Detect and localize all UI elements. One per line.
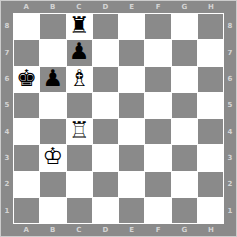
square-g1[interactable]: [172, 198, 197, 223]
square-c3[interactable]: [67, 145, 92, 170]
file-label-a: A: [13, 1, 39, 13]
rank-label-6: 6: [224, 66, 236, 92]
square-h4[interactable]: [198, 119, 223, 144]
square-a2[interactable]: [14, 172, 39, 197]
square-h7[interactable]: [198, 40, 223, 65]
square-c8[interactable]: ♜: [67, 14, 92, 39]
square-e1[interactable]: [119, 198, 144, 223]
white-rook[interactable]: ♖: [69, 119, 90, 142]
square-d7[interactable]: [93, 40, 118, 65]
square-d2[interactable]: [93, 172, 118, 197]
white-king[interactable]: ♔: [43, 145, 64, 168]
file-label-b: B: [39, 1, 65, 13]
rank-labels-left: 87654321: [1, 13, 13, 224]
square-e4[interactable]: [119, 119, 144, 144]
square-f7[interactable]: [145, 40, 170, 65]
square-a3[interactable]: [14, 145, 39, 170]
rank-label-7: 7: [224, 39, 236, 65]
rank-label-6: 6: [1, 66, 13, 92]
square-b4[interactable]: [40, 119, 65, 144]
square-c6[interactable]: ♗: [67, 67, 92, 92]
square-b8[interactable]: [40, 14, 65, 39]
square-e5[interactable]: [119, 93, 144, 118]
square-g8[interactable]: [172, 14, 197, 39]
square-b2[interactable]: [40, 172, 65, 197]
rank-labels-right: 87654321: [224, 13, 236, 224]
square-f2[interactable]: [145, 172, 170, 197]
square-a4[interactable]: [14, 119, 39, 144]
file-label-h: H: [198, 224, 224, 236]
square-d4[interactable]: [93, 119, 118, 144]
square-d5[interactable]: [93, 93, 118, 118]
square-a8[interactable]: [14, 14, 39, 39]
square-g2[interactable]: [172, 172, 197, 197]
square-a5[interactable]: [14, 93, 39, 118]
square-c1[interactable]: [67, 198, 92, 223]
file-label-d: D: [92, 1, 118, 13]
square-a7[interactable]: [14, 40, 39, 65]
file-label-a: A: [13, 224, 39, 236]
square-e3[interactable]: [119, 145, 144, 170]
square-g4[interactable]: [172, 119, 197, 144]
file-label-g: G: [171, 224, 197, 236]
square-f4[interactable]: [145, 119, 170, 144]
black-pawn[interactable]: ♟: [69, 40, 90, 63]
square-a6[interactable]: ♚: [14, 67, 39, 92]
file-label-b: B: [39, 224, 65, 236]
square-h8[interactable]: [198, 14, 223, 39]
square-c5[interactable]: [67, 93, 92, 118]
file-labels-top: ABCDEFGH: [13, 1, 224, 13]
black-rook[interactable]: ♜: [69, 14, 90, 37]
square-f3[interactable]: [145, 145, 170, 170]
square-e6[interactable]: [119, 67, 144, 92]
square-f8[interactable]: [145, 14, 170, 39]
square-c7[interactable]: ♟: [67, 40, 92, 65]
file-label-c: C: [66, 1, 92, 13]
rank-label-7: 7: [1, 39, 13, 65]
rank-label-4: 4: [1, 119, 13, 145]
file-label-f: F: [145, 224, 171, 236]
square-d6[interactable]: [93, 67, 118, 92]
square-e7[interactable]: [119, 40, 144, 65]
square-d8[interactable]: [93, 14, 118, 39]
square-d3[interactable]: [93, 145, 118, 170]
square-a1[interactable]: [14, 198, 39, 223]
rank-label-1: 1: [224, 198, 236, 224]
square-b5[interactable]: [40, 93, 65, 118]
rank-label-4: 4: [224, 119, 236, 145]
square-b6[interactable]: ♟: [40, 67, 65, 92]
square-f5[interactable]: [145, 93, 170, 118]
file-label-f: F: [145, 1, 171, 13]
white-bishop[interactable]: ♗: [69, 67, 90, 90]
square-e2[interactable]: [119, 172, 144, 197]
file-label-g: G: [171, 1, 197, 13]
file-label-h: H: [198, 1, 224, 13]
square-h2[interactable]: [198, 172, 223, 197]
black-pawn[interactable]: ♟: [43, 67, 64, 90]
file-label-d: D: [92, 224, 118, 236]
square-f1[interactable]: [145, 198, 170, 223]
square-h6[interactable]: [198, 67, 223, 92]
square-g3[interactable]: [172, 145, 197, 170]
square-c2[interactable]: [67, 172, 92, 197]
rank-label-1: 1: [1, 198, 13, 224]
square-h3[interactable]: [198, 145, 223, 170]
square-g6[interactable]: [172, 67, 197, 92]
rank-label-8: 8: [1, 13, 13, 39]
rank-label-2: 2: [1, 171, 13, 197]
chess-board: ♜♟♚♟♗♖♔: [13, 13, 224, 224]
file-labels-bottom: ABCDEFGH: [13, 224, 224, 236]
rank-label-8: 8: [224, 13, 236, 39]
square-b7[interactable]: [40, 40, 65, 65]
black-king[interactable]: ♚: [16, 67, 37, 90]
square-e8[interactable]: [119, 14, 144, 39]
file-label-e: E: [119, 1, 145, 13]
rank-label-2: 2: [224, 171, 236, 197]
chess-board-widget: ABCDEFGH ABCDEFGH 87654321 87654321 ♜♟♚♟…: [0, 0, 237, 237]
rank-label-5: 5: [224, 92, 236, 118]
file-label-c: C: [66, 224, 92, 236]
rank-label-3: 3: [1, 145, 13, 171]
square-b3[interactable]: ♔: [40, 145, 65, 170]
square-g5[interactable]: [172, 93, 197, 118]
square-g7[interactable]: [172, 40, 197, 65]
square-f6[interactable]: [145, 67, 170, 92]
square-d1[interactable]: [93, 198, 118, 223]
square-b1[interactable]: [40, 198, 65, 223]
square-h5[interactable]: [198, 93, 223, 118]
file-label-e: E: [119, 224, 145, 236]
rank-label-5: 5: [1, 92, 13, 118]
square-c4[interactable]: ♖: [67, 119, 92, 144]
rank-label-3: 3: [224, 145, 236, 171]
square-h1[interactable]: [198, 198, 223, 223]
